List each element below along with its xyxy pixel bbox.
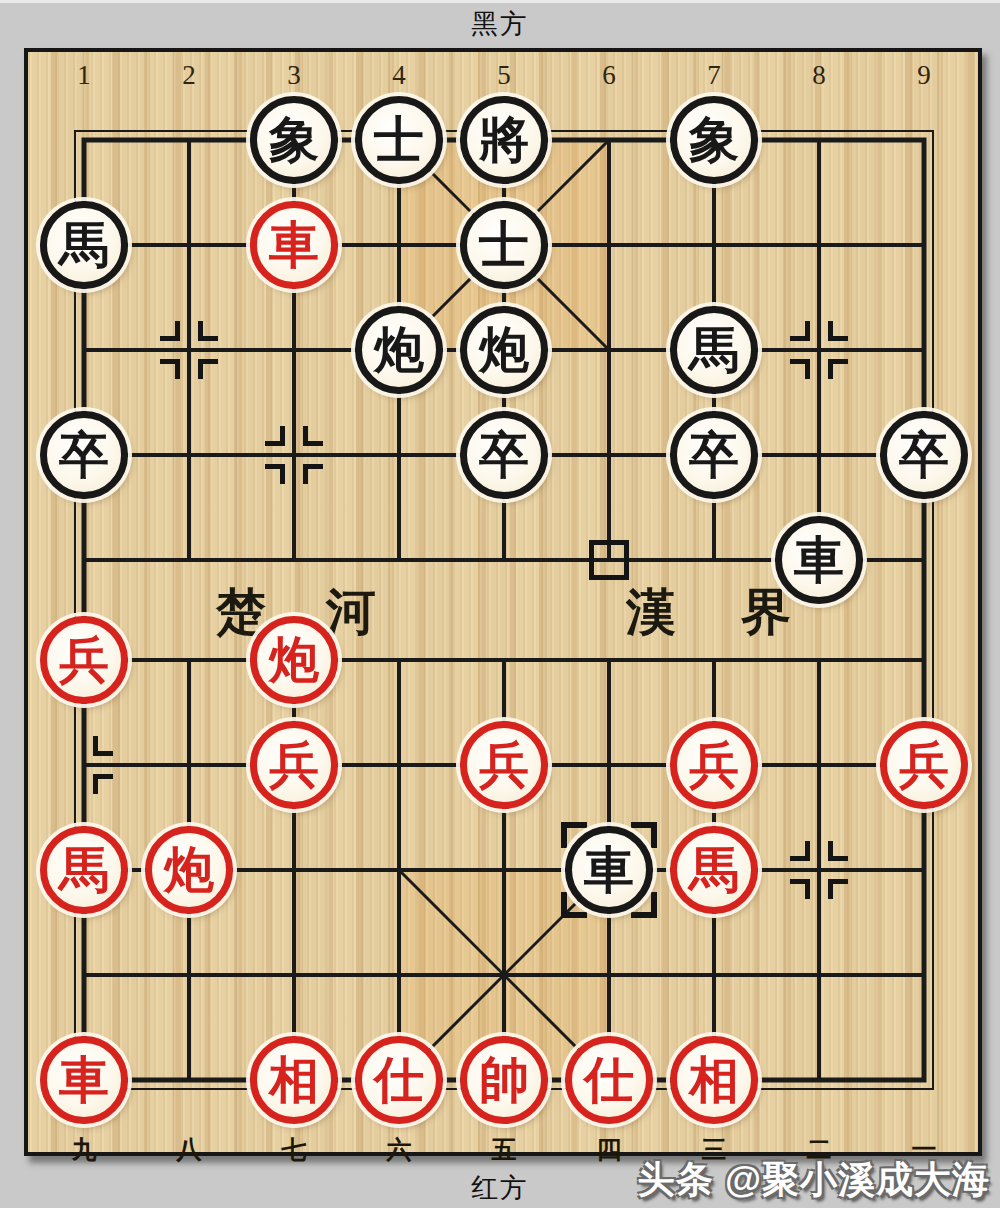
piece-black-cannon[interactable]: 炮 bbox=[355, 306, 443, 394]
piece-red-general[interactable]: 帥 bbox=[460, 1036, 548, 1124]
piece-red-chariot[interactable]: 車 bbox=[40, 1036, 128, 1124]
piece-black-soldier[interactable]: 卒 bbox=[670, 411, 758, 499]
piece-red-elephant[interactable]: 相 bbox=[250, 1036, 338, 1124]
piece-black-soldier[interactable]: 卒 bbox=[880, 411, 968, 499]
piece-red-advisor[interactable]: 仕 bbox=[565, 1036, 653, 1124]
piece-red-soldier[interactable]: 兵 bbox=[250, 721, 338, 809]
piece-red-soldier[interactable]: 兵 bbox=[880, 721, 968, 809]
file-label-bottom-6: 六 bbox=[382, 1133, 416, 1166]
file-label-top-6: 6 bbox=[592, 60, 626, 91]
piece-black-elephant[interactable]: 象 bbox=[250, 96, 338, 184]
point-marker bbox=[790, 841, 848, 899]
piece-black-soldier[interactable]: 卒 bbox=[40, 411, 128, 499]
xiangqi-board[interactable]: 1 2 3 4 5 6 7 8 9 九 八 七 六 五 四 三 二 一 楚 河 … bbox=[24, 48, 982, 1156]
piece-black-general[interactable]: 將 bbox=[460, 96, 548, 184]
point-marker bbox=[160, 321, 218, 379]
river-text-han: 漢 bbox=[623, 579, 679, 646]
piece-red-soldier[interactable]: 兵 bbox=[670, 721, 758, 809]
piece-red-advisor[interactable]: 仕 bbox=[355, 1036, 443, 1124]
file-label-top-7: 7 bbox=[697, 60, 731, 91]
file-label-top-3: 3 bbox=[277, 60, 311, 91]
screenshot-stage: 黑方 bbox=[0, 0, 1000, 1208]
file-label-top-5: 5 bbox=[487, 60, 521, 91]
piece-black-chariot[interactable]: 車 bbox=[775, 516, 863, 604]
file-label-top-9: 9 bbox=[907, 60, 941, 91]
file-label-top-1: 1 bbox=[67, 60, 101, 91]
piece-red-soldier[interactable]: 兵 bbox=[460, 721, 548, 809]
file-label-top-8: 8 bbox=[802, 60, 836, 91]
file-label-bottom-5: 五 bbox=[487, 1133, 521, 1166]
piece-red-soldier[interactable]: 兵 bbox=[40, 616, 128, 704]
piece-black-horse[interactable]: 馬 bbox=[40, 201, 128, 289]
piece-red-horse[interactable]: 馬 bbox=[670, 826, 758, 914]
watermark-text: 头条 @聚小溪成大海 bbox=[638, 1155, 990, 1205]
point-marker bbox=[790, 321, 848, 379]
piece-red-cannon[interactable]: 炮 bbox=[145, 826, 233, 914]
piece-black-advisor[interactable]: 士 bbox=[355, 96, 443, 184]
piece-red-chariot[interactable]: 車 bbox=[250, 201, 338, 289]
piece-black-elephant[interactable]: 象 bbox=[670, 96, 758, 184]
file-label-top-2: 2 bbox=[172, 60, 206, 91]
file-label-bottom-9: 九 bbox=[67, 1133, 101, 1166]
file-label-bottom-8: 八 bbox=[172, 1133, 206, 1166]
point-marker bbox=[55, 736, 113, 794]
piece-red-elephant[interactable]: 相 bbox=[670, 1036, 758, 1124]
piece-black-soldier[interactable]: 卒 bbox=[460, 411, 548, 499]
piece-black-horse[interactable]: 馬 bbox=[670, 306, 758, 394]
piece-red-horse[interactable]: 馬 bbox=[40, 826, 128, 914]
black-side-label: 黑方 bbox=[0, 6, 1000, 42]
point-marker bbox=[265, 426, 323, 484]
piece-black-cannon[interactable]: 炮 bbox=[460, 306, 548, 394]
file-label-bottom-4: 四 bbox=[592, 1133, 626, 1166]
file-label-top-4: 4 bbox=[382, 60, 416, 91]
piece-black-advisor[interactable]: 士 bbox=[460, 201, 548, 289]
piece-red-cannon[interactable]: 炮 bbox=[250, 616, 338, 704]
file-label-bottom-7: 七 bbox=[277, 1133, 311, 1166]
last-move-origin-marker bbox=[589, 540, 629, 580]
piece-black-chariot[interactable]: 車 bbox=[565, 826, 653, 914]
